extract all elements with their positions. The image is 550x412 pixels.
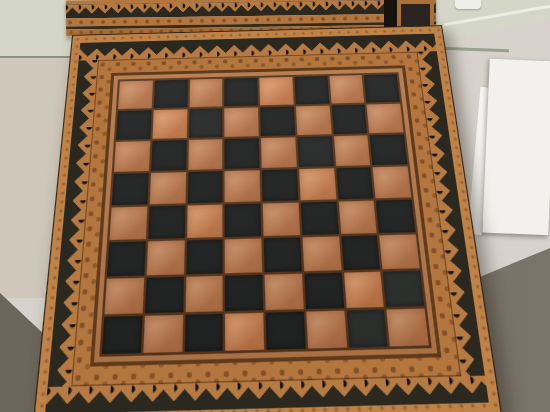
square-d5 xyxy=(225,170,261,202)
square-b7 xyxy=(152,109,187,139)
shelf-clip xyxy=(455,0,481,9)
sawtooth-border xyxy=(45,34,489,412)
square-h8 xyxy=(364,74,400,102)
square-b4 xyxy=(148,206,185,239)
square-e3 xyxy=(264,237,302,272)
square-b1 xyxy=(143,315,183,353)
square-a4 xyxy=(109,207,147,240)
square-b3 xyxy=(146,240,184,275)
square-g1 xyxy=(346,310,387,348)
square-e7 xyxy=(260,106,295,136)
glass-shelf-line xyxy=(441,47,509,52)
easel-panel xyxy=(482,59,550,236)
square-e8 xyxy=(259,77,293,105)
square-e5 xyxy=(262,169,298,201)
square-c8 xyxy=(189,79,222,107)
square-h7 xyxy=(367,104,404,134)
square-c1 xyxy=(184,314,223,352)
lid-right-corner-dark-band xyxy=(401,4,430,26)
square-b6 xyxy=(151,140,186,171)
square-f7 xyxy=(296,106,332,136)
square-f8 xyxy=(294,76,329,104)
square-g8 xyxy=(329,75,364,103)
square-h2 xyxy=(383,271,424,307)
square-d1 xyxy=(225,313,264,351)
board-perspective xyxy=(28,25,508,412)
square-h3 xyxy=(379,234,419,269)
board-top-face xyxy=(32,25,502,412)
floral-tooled-border xyxy=(71,52,461,387)
square-a3 xyxy=(107,241,146,276)
square-h4 xyxy=(376,200,415,233)
square-d6 xyxy=(225,138,260,169)
square-h6 xyxy=(370,134,408,165)
square-e4 xyxy=(263,203,300,236)
square-h5 xyxy=(373,166,412,198)
square-e6 xyxy=(261,137,297,168)
square-c3 xyxy=(186,239,223,274)
square-a6 xyxy=(114,141,150,172)
square-d2 xyxy=(225,275,263,311)
square-b5 xyxy=(149,172,185,204)
chess-board xyxy=(72,25,452,412)
square-f5 xyxy=(299,168,336,200)
square-g4 xyxy=(338,201,377,234)
square-g6 xyxy=(333,135,370,166)
square-h1 xyxy=(387,309,429,347)
square-b2 xyxy=(145,277,184,313)
playing-area xyxy=(90,65,441,366)
square-f2 xyxy=(304,273,344,309)
square-f6 xyxy=(297,136,333,167)
square-f4 xyxy=(300,202,338,235)
square-c6 xyxy=(188,139,223,170)
square-f1 xyxy=(306,311,347,349)
board-grid xyxy=(99,72,431,357)
square-g3 xyxy=(341,235,381,270)
square-f3 xyxy=(302,236,341,271)
square-g2 xyxy=(343,272,383,308)
square-a8 xyxy=(118,81,153,109)
square-d8 xyxy=(224,78,257,106)
square-c5 xyxy=(187,171,222,203)
square-d3 xyxy=(225,238,262,273)
square-g7 xyxy=(331,105,367,135)
square-a7 xyxy=(116,110,151,140)
square-a1 xyxy=(102,316,142,354)
square-g5 xyxy=(336,167,374,199)
square-c4 xyxy=(186,205,222,238)
square-c7 xyxy=(188,108,222,138)
square-d4 xyxy=(225,204,261,237)
square-a5 xyxy=(112,173,149,205)
square-e1 xyxy=(266,312,306,350)
museum-display-photo xyxy=(0,0,550,412)
square-e2 xyxy=(265,274,304,310)
square-a2 xyxy=(104,278,143,314)
square-c2 xyxy=(185,276,223,312)
square-b8 xyxy=(154,80,188,108)
square-d7 xyxy=(225,107,259,137)
